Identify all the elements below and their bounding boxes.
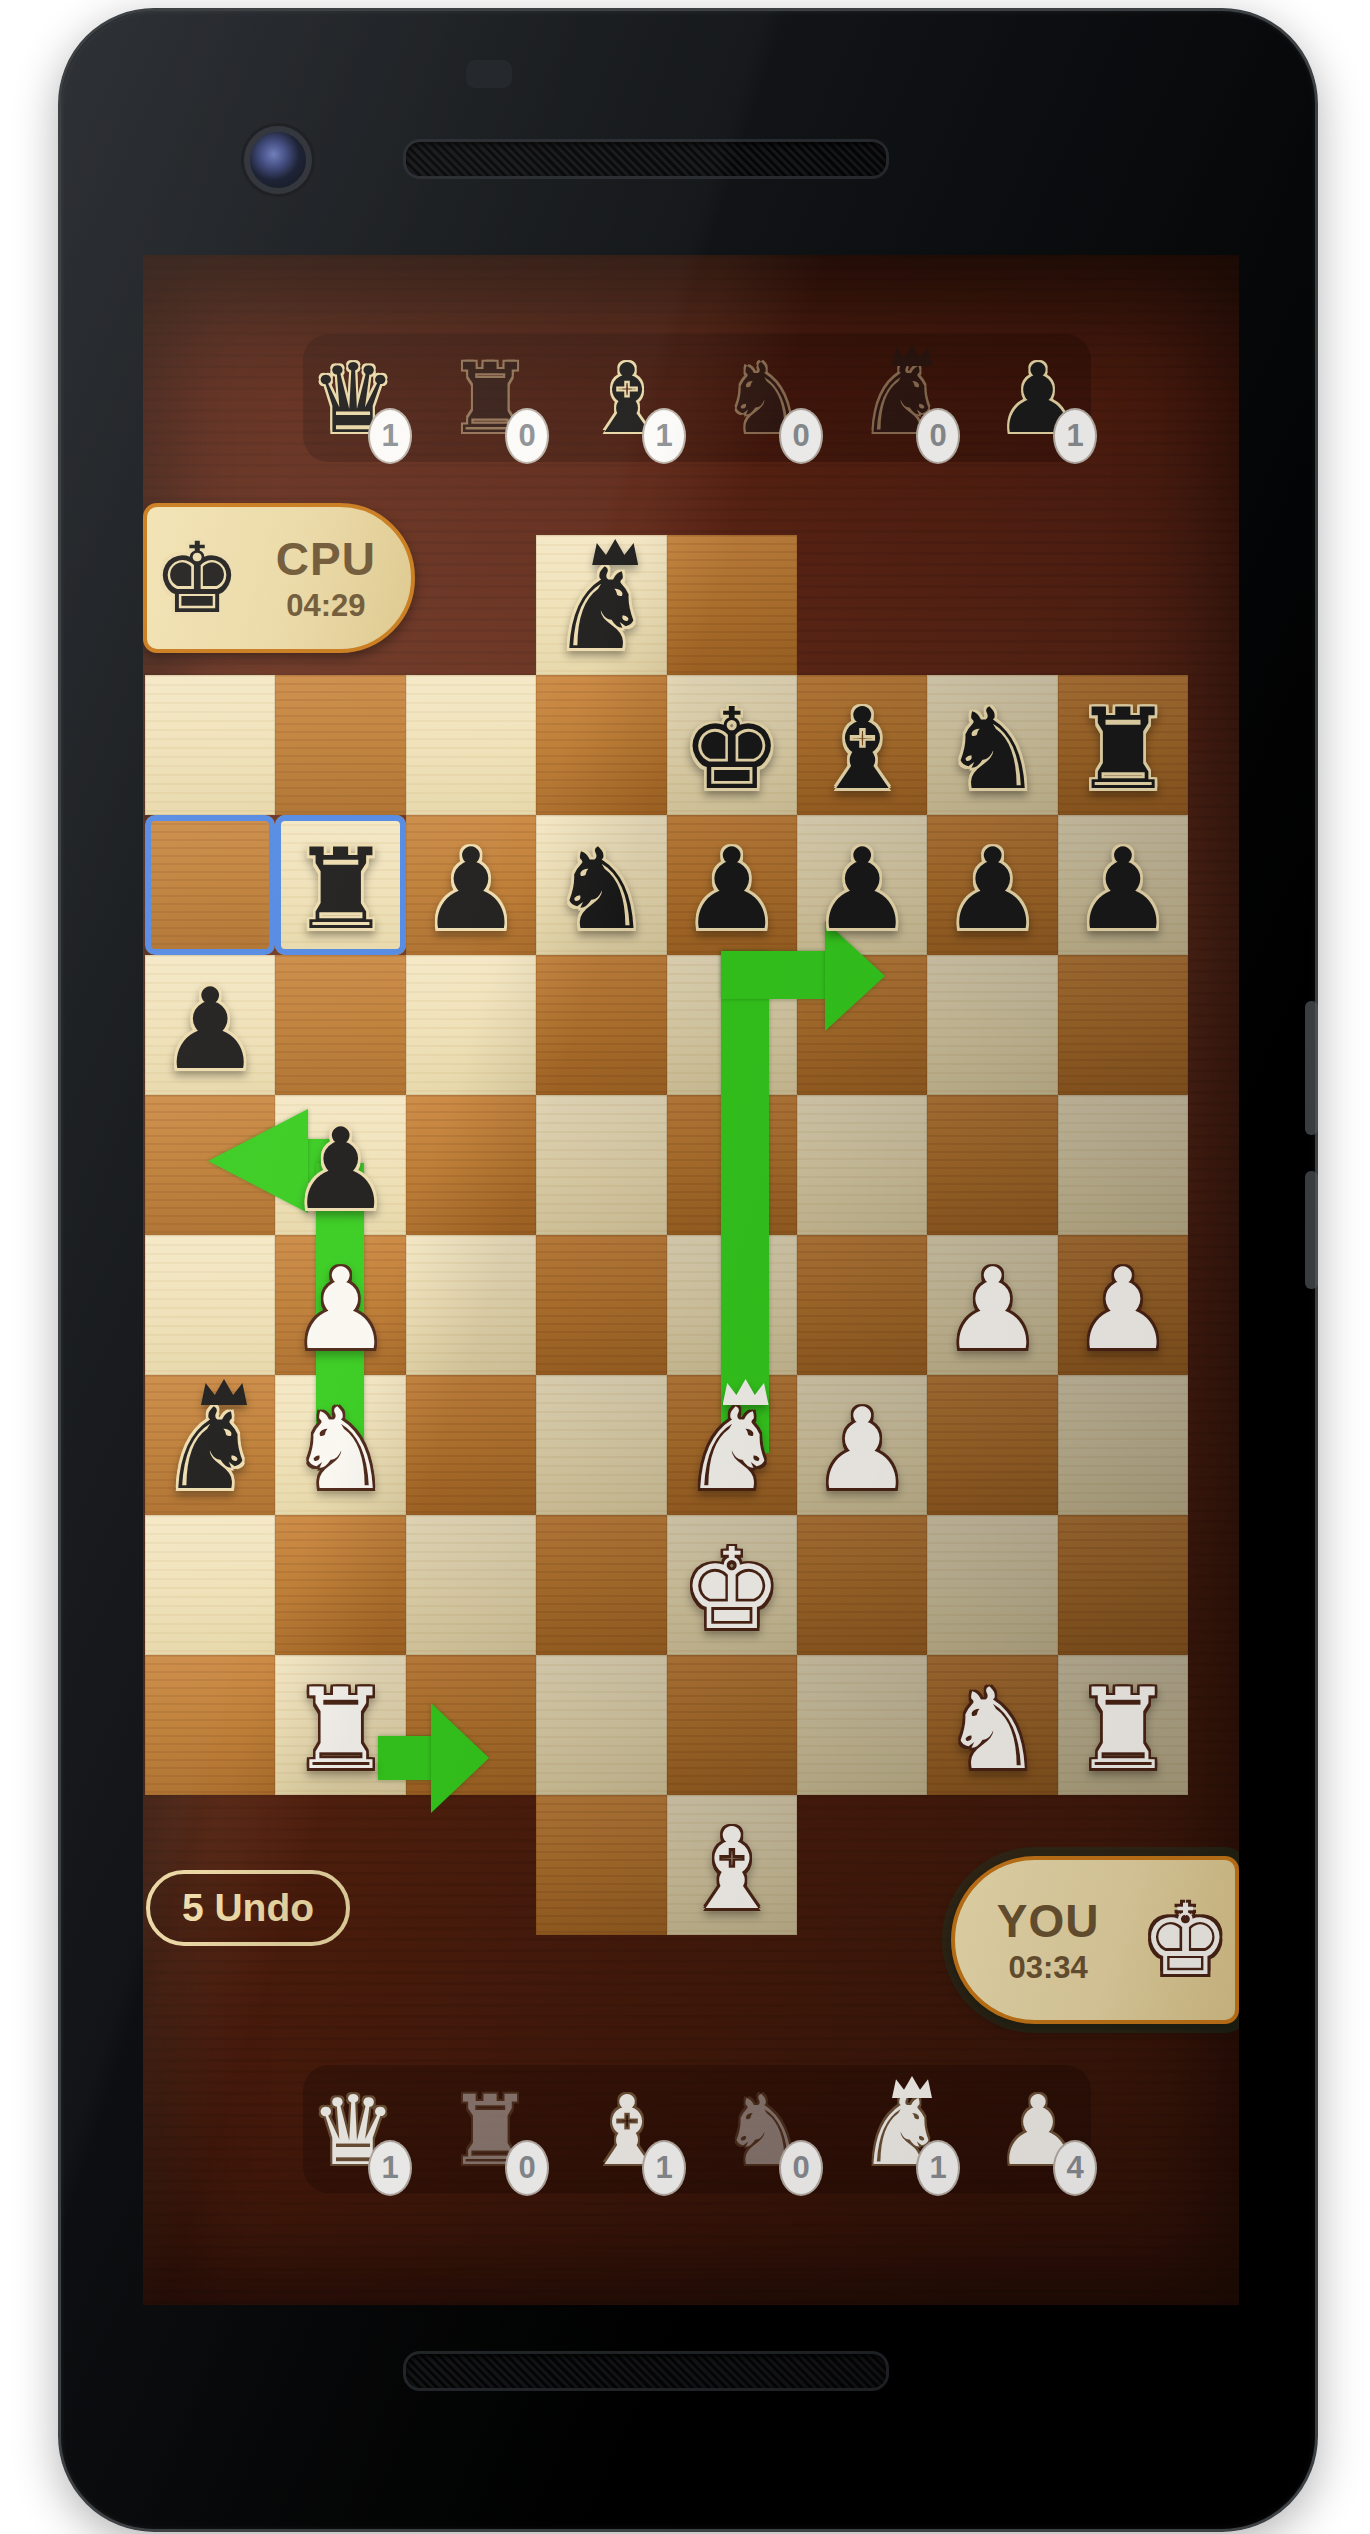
square-r10-c4[interactable] [536, 1795, 666, 1935]
crown-icon [592, 539, 638, 565]
square-r4-c3[interactable] [406, 955, 536, 1095]
captured-black-rook: ♜0 [435, 340, 545, 458]
you-timer-plaque: YOU 03:34 ♚ [951, 1856, 1239, 2024]
square-r5-c7[interactable] [927, 1095, 1057, 1235]
captured-black-bishop: ♝1 [572, 340, 682, 458]
piece-black-bishop[interactable]: ♝ [797, 675, 927, 815]
piece-white-pawn[interactable]: ♟ [797, 1375, 927, 1515]
square-r8-c8[interactable] [1058, 1515, 1188, 1655]
captured-black-knight-count: 0 [779, 408, 823, 464]
captured-white-knight-count: 0 [779, 2140, 823, 2196]
piece-black-pawn[interactable]: ♟ [797, 815, 927, 955]
square-r8-c4[interactable] [536, 1515, 666, 1655]
cpu-timer-plaque: ♚ CPU 04:29 [143, 503, 415, 653]
square-r2-c4[interactable] [536, 675, 666, 815]
square-r5-c6[interactable] [797, 1095, 927, 1235]
piece-black-knight[interactable]: ♞ [927, 675, 1057, 815]
bottom-speaker [403, 2351, 889, 2391]
piece-white-pawn[interactable]: ♟ [1058, 1235, 1188, 1375]
piece-white-bishop[interactable]: ♝ [667, 1795, 797, 1935]
square-r4-c2[interactable] [275, 955, 405, 1095]
captured-white-knight: ♞0 [709, 2072, 819, 2190]
piece-white-rook[interactable]: ♜ [1058, 1655, 1188, 1795]
piece-black-unicorn[interactable]: ♞ [145, 1375, 275, 1515]
piece-black-pawn[interactable]: ♟ [1058, 815, 1188, 955]
square-r8-c1[interactable] [145, 1515, 275, 1655]
square-r5-c3[interactable] [406, 1095, 536, 1235]
square-r9-c4[interactable] [536, 1655, 666, 1795]
piece-black-pawn[interactable]: ♟ [667, 815, 797, 955]
square-r7-c8[interactable] [1058, 1375, 1188, 1515]
undo-button[interactable]: 5 Undo [146, 1870, 350, 1946]
power-button [1305, 1001, 1318, 1135]
piece-white-unicorn[interactable]: ♞ [667, 1375, 797, 1515]
piece-white-knight[interactable]: ♞ [275, 1375, 405, 1515]
square-r2-c1[interactable] [145, 675, 275, 815]
front-camera [244, 126, 312, 194]
captured-black-pawn: ♟1 [983, 340, 1093, 458]
square-r3-c1[interactable] [145, 815, 275, 955]
square-r4-c7[interactable] [927, 955, 1057, 1095]
square-r8-c7[interactable] [927, 1515, 1057, 1655]
square-r5-c8[interactable] [1058, 1095, 1188, 1235]
square-r8-c2[interactable] [275, 1515, 405, 1655]
captured-white-pawn-count: 4 [1053, 2140, 1097, 2196]
captured-white-queen: ♛1 [298, 2072, 408, 2190]
square-r6-c6[interactable] [797, 1235, 927, 1375]
piece-black-pawn[interactable]: ♟ [145, 955, 275, 1095]
page: ♞♚♝♞♜♜♟♞♟♟♟♟♟♟♟♟♟♞♞♞♟♚♜♞♜♝ ♚ CPU 04:29 5… [0, 0, 1370, 2534]
captured-white-rook-count: 0 [505, 2140, 549, 2196]
piece-white-pawn[interactable]: ♟ [275, 1235, 405, 1375]
piece-black-pawn[interactable]: ♟ [406, 815, 536, 955]
captured-white-unicorn: ♞1 [846, 2072, 956, 2190]
captured-black-pawn-count: 1 [1053, 408, 1097, 464]
undo-label: 5 Undo [182, 1886, 314, 1930]
captured-black-queen-count: 1 [368, 408, 412, 464]
unicorn-bent-arrow-segment-1 [721, 951, 825, 999]
captured-white-unicorn-count: 1 [916, 2140, 960, 2196]
square-r2-c2[interactable] [275, 675, 405, 815]
captured-black-bishop-count: 1 [642, 408, 686, 464]
piece-black-king[interactable]: ♚ [667, 675, 797, 815]
you-label: YOU [997, 1894, 1100, 1948]
cpu-label: CPU [276, 532, 376, 586]
crown-icon [723, 1379, 769, 1405]
square-r6-c3[interactable] [406, 1235, 536, 1375]
captured-black-queen: ♛1 [298, 340, 408, 458]
square-r5-c4[interactable] [536, 1095, 666, 1235]
captured-black-knight: ♞0 [709, 340, 819, 458]
square-r7-c4[interactable] [536, 1375, 666, 1515]
square-r4-c4[interactable] [536, 955, 666, 1095]
earpiece-speaker [403, 139, 889, 179]
captured-white-rook: ♜0 [435, 2072, 545, 2190]
captured-white-pawn: ♟4 [983, 2072, 1093, 2190]
piece-white-pawn[interactable]: ♟ [927, 1235, 1057, 1375]
piece-black-rook[interactable]: ♜ [1058, 675, 1188, 815]
square-r9-c6[interactable] [797, 1655, 927, 1795]
captured-white-queen-count: 1 [368, 2140, 412, 2196]
captured-black-rook-count: 0 [505, 408, 549, 464]
square-r7-c3[interactable] [406, 1375, 536, 1515]
captured-tray-black [303, 334, 1091, 462]
square-r2-c3[interactable] [406, 675, 536, 815]
cpu-time: 04:29 [286, 588, 365, 624]
piece-black-pawn[interactable]: ♟ [275, 1095, 405, 1235]
piece-black-knight[interactable]: ♞ [536, 815, 666, 955]
volume-button [1305, 1171, 1318, 1289]
piece-white-rook[interactable]: ♜ [275, 1655, 405, 1795]
app-screen: ♞♚♝♞♜♜♟♞♟♟♟♟♟♟♟♟♟♞♞♞♟♚♜♞♜♝ ♚ CPU 04:29 5… [143, 255, 1239, 2305]
captured-white-bishop: ♝1 [572, 2072, 682, 2190]
square-r4-c8[interactable] [1058, 955, 1188, 1095]
square-r1-c5[interactable] [667, 535, 797, 675]
rook-right-arrow-head [431, 1703, 489, 1813]
captured-white-bishop-count: 1 [642, 2140, 686, 2196]
piece-black-pawn[interactable]: ♟ [927, 815, 1057, 955]
square-r8-c6[interactable] [797, 1515, 927, 1655]
sensor-led [466, 60, 512, 88]
square-r9-c5[interactable] [667, 1655, 797, 1795]
white-king-icon: ♚ [1141, 1891, 1229, 1989]
square-r9-c1[interactable] [145, 1655, 275, 1795]
piece-white-knight[interactable]: ♞ [927, 1655, 1057, 1795]
piece-white-king[interactable]: ♚ [667, 1515, 797, 1655]
piece-black-unicorn[interactable]: ♞ [536, 535, 666, 675]
you-time: 03:34 [1008, 1950, 1087, 1986]
captured-black-unicorn-count: 0 [916, 408, 960, 464]
black-king-icon: ♚ [153, 529, 241, 627]
phone-frame: ♞♚♝♞♜♜♟♞♟♟♟♟♟♟♟♟♟♞♞♞♟♚♜♞♜♝ ♚ CPU 04:29 5… [58, 8, 1318, 2532]
square-r7-c7[interactable] [927, 1375, 1057, 1515]
captured-black-unicorn: ♞0 [846, 340, 956, 458]
crown-icon [201, 1379, 247, 1405]
square-r8-c3[interactable] [406, 1515, 536, 1655]
piece-black-rook[interactable]: ♜ [275, 815, 405, 955]
captured-tray-white [303, 2065, 1091, 2193]
square-r6-c1[interactable] [145, 1235, 275, 1375]
square-r6-c4[interactable] [536, 1235, 666, 1375]
